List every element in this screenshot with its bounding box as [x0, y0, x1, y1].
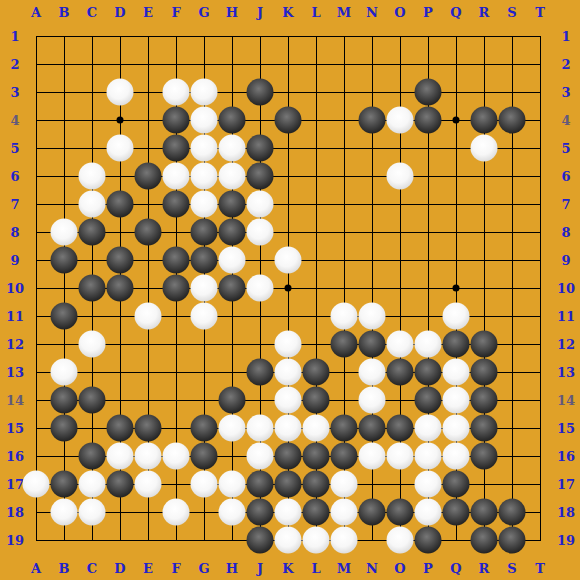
black-stone-D10 — [107, 275, 134, 302]
black-stone-B17 — [51, 471, 78, 498]
row-label-left-1: 1 — [10, 30, 19, 43]
row-label-left-7: 7 — [10, 198, 19, 211]
white-stone-A17 — [23, 471, 50, 498]
black-stone-N4 — [359, 107, 386, 134]
row-label-left-13: 13 — [6, 366, 24, 379]
white-stone-K19 — [275, 527, 302, 554]
white-stone-F16 — [163, 443, 190, 470]
black-stone-G8 — [191, 219, 218, 246]
column-label-top-C: C — [87, 6, 97, 19]
white-stone-P17 — [415, 471, 442, 498]
row-label-right-6: 6 — [561, 170, 570, 183]
black-stone-R4 — [471, 107, 498, 134]
white-stone-K9 — [275, 247, 302, 274]
white-stone-J16 — [247, 443, 274, 470]
white-stone-J15 — [247, 415, 274, 442]
black-stone-J17 — [247, 471, 274, 498]
white-stone-F18 — [163, 499, 190, 526]
column-label-top-R: R — [479, 6, 490, 19]
row-label-left-2: 2 — [10, 58, 19, 71]
white-stone-G6 — [191, 163, 218, 190]
column-label-bottom-C: C — [87, 562, 97, 575]
column-label-bottom-F: F — [171, 562, 180, 575]
row-label-right-16: 16 — [557, 450, 575, 463]
white-stone-N13 — [359, 359, 386, 386]
black-stone-R16 — [471, 443, 498, 470]
black-stone-S18 — [499, 499, 526, 526]
row-label-left-19: 19 — [6, 534, 24, 547]
white-stone-D5 — [107, 135, 134, 162]
white-stone-R5 — [471, 135, 498, 162]
black-stone-H8 — [219, 219, 246, 246]
row-label-right-11: 11 — [557, 310, 575, 323]
white-stone-O12 — [387, 331, 414, 358]
column-label-bottom-O: O — [394, 562, 405, 575]
black-stone-B14 — [51, 387, 78, 414]
column-label-top-T: T — [535, 6, 545, 19]
row-label-right-2: 2 — [561, 58, 570, 71]
black-stone-O15 — [387, 415, 414, 442]
white-stone-G17 — [191, 471, 218, 498]
grid-line-vertical — [540, 36, 541, 541]
black-stone-J3 — [247, 79, 274, 106]
white-stone-J8 — [247, 219, 274, 246]
row-label-left-12: 12 — [6, 338, 24, 351]
white-stone-E16 — [135, 443, 162, 470]
white-stone-N11 — [359, 303, 386, 330]
white-stone-M19 — [331, 527, 358, 554]
black-stone-K17 — [275, 471, 302, 498]
column-label-bottom-A: A — [31, 562, 41, 575]
row-label-right-7: 7 — [561, 198, 570, 211]
black-stone-H14 — [219, 387, 246, 414]
white-stone-K12 — [275, 331, 302, 358]
white-stone-Q15 — [443, 415, 470, 442]
column-label-bottom-E: E — [143, 562, 153, 575]
white-stone-H9 — [219, 247, 246, 274]
row-label-right-17: 17 — [557, 478, 575, 491]
black-stone-J18 — [247, 499, 274, 526]
black-stone-R12 — [471, 331, 498, 358]
column-label-bottom-T: T — [535, 562, 545, 575]
white-stone-H17 — [219, 471, 246, 498]
column-label-top-B: B — [59, 6, 70, 19]
white-stone-G7 — [191, 191, 218, 218]
row-label-left-8: 8 — [10, 226, 19, 239]
column-label-top-Q: Q — [450, 6, 461, 19]
black-stone-R13 — [471, 359, 498, 386]
white-stone-M17 — [331, 471, 358, 498]
column-label-top-K: K — [282, 6, 293, 19]
white-stone-N16 — [359, 443, 386, 470]
white-stone-M11 — [331, 303, 358, 330]
star-point-K10 — [285, 285, 292, 292]
column-label-bottom-D: D — [114, 562, 125, 575]
white-stone-C17 — [79, 471, 106, 498]
black-stone-P13 — [415, 359, 442, 386]
white-stone-C7 — [79, 191, 106, 218]
white-stone-G10 — [191, 275, 218, 302]
row-label-left-5: 5 — [10, 142, 19, 155]
column-label-top-N: N — [366, 6, 378, 19]
black-stone-C16 — [79, 443, 106, 470]
black-stone-D17 — [107, 471, 134, 498]
white-stone-K14 — [275, 387, 302, 414]
column-label-top-E: E — [143, 6, 153, 19]
white-stone-E11 — [135, 303, 162, 330]
row-label-right-8: 8 — [561, 226, 570, 239]
white-stone-O16 — [387, 443, 414, 470]
white-stone-F6 — [163, 163, 190, 190]
black-stone-H10 — [219, 275, 246, 302]
white-stone-H6 — [219, 163, 246, 190]
black-stone-D15 — [107, 415, 134, 442]
black-stone-K16 — [275, 443, 302, 470]
row-label-right-12: 12 — [557, 338, 575, 351]
row-label-right-10: 10 — [557, 282, 575, 295]
column-label-bottom-K: K — [282, 562, 293, 575]
white-stone-C6 — [79, 163, 106, 190]
black-stone-G9 — [191, 247, 218, 274]
white-stone-G11 — [191, 303, 218, 330]
column-label-bottom-B: B — [59, 562, 70, 575]
black-stone-E8 — [135, 219, 162, 246]
black-stone-C8 — [79, 219, 106, 246]
black-stone-L16 — [303, 443, 330, 470]
row-label-left-17: 17 — [6, 478, 24, 491]
black-stone-N18 — [359, 499, 386, 526]
row-label-right-4: 4 — [561, 114, 570, 127]
black-stone-F4 — [163, 107, 190, 134]
row-label-right-13: 13 — [557, 366, 575, 379]
black-stone-L17 — [303, 471, 330, 498]
white-stone-O6 — [387, 163, 414, 190]
black-stone-C10 — [79, 275, 106, 302]
black-stone-N15 — [359, 415, 386, 442]
black-stone-M16 — [331, 443, 358, 470]
column-label-top-P: P — [423, 6, 433, 19]
black-stone-K4 — [275, 107, 302, 134]
white-stone-C18 — [79, 499, 106, 526]
black-stone-R14 — [471, 387, 498, 414]
black-stone-L18 — [303, 499, 330, 526]
white-stone-P16 — [415, 443, 442, 470]
white-stone-G5 — [191, 135, 218, 162]
white-stone-M18 — [331, 499, 358, 526]
black-stone-L13 — [303, 359, 330, 386]
white-stone-L19 — [303, 527, 330, 554]
star-point-D4 — [117, 117, 124, 124]
black-stone-G15 — [191, 415, 218, 442]
white-stone-P15 — [415, 415, 442, 442]
row-label-left-4: 4 — [10, 114, 19, 127]
row-label-right-3: 3 — [561, 86, 570, 99]
black-stone-N12 — [359, 331, 386, 358]
white-stone-L15 — [303, 415, 330, 442]
white-stone-G3 — [191, 79, 218, 106]
row-label-right-5: 5 — [561, 142, 570, 155]
black-stone-O18 — [387, 499, 414, 526]
black-stone-J13 — [247, 359, 274, 386]
row-label-left-3: 3 — [10, 86, 19, 99]
row-label-left-14: 14 — [6, 394, 24, 407]
black-stone-P4 — [415, 107, 442, 134]
column-label-bottom-N: N — [366, 562, 378, 575]
row-label-right-1: 1 — [561, 30, 570, 43]
white-stone-J10 — [247, 275, 274, 302]
black-stone-S19 — [499, 527, 526, 554]
white-stone-F3 — [163, 79, 190, 106]
go-board[interactable]: AABBCCDDEEFFGGHHJJKKLLMMNNOOPPQQRRSSTT11… — [0, 0, 580, 580]
white-stone-P18 — [415, 499, 442, 526]
black-stone-Q17 — [443, 471, 470, 498]
black-stone-R15 — [471, 415, 498, 442]
white-stone-B18 — [51, 499, 78, 526]
white-stone-K13 — [275, 359, 302, 386]
black-stone-G16 — [191, 443, 218, 470]
black-stone-P14 — [415, 387, 442, 414]
black-stone-F9 — [163, 247, 190, 274]
black-stone-F7 — [163, 191, 190, 218]
black-stone-L14 — [303, 387, 330, 414]
white-stone-B13 — [51, 359, 78, 386]
column-label-top-L: L — [311, 6, 320, 19]
row-label-left-10: 10 — [6, 282, 24, 295]
white-stone-P12 — [415, 331, 442, 358]
black-stone-O13 — [387, 359, 414, 386]
row-label-right-9: 9 — [561, 254, 570, 267]
white-stone-H15 — [219, 415, 246, 442]
white-stone-B8 — [51, 219, 78, 246]
black-stone-Q18 — [443, 499, 470, 526]
white-stone-O4 — [387, 107, 414, 134]
white-stone-Q13 — [443, 359, 470, 386]
black-stone-E6 — [135, 163, 162, 190]
black-stone-P19 — [415, 527, 442, 554]
black-stone-M15 — [331, 415, 358, 442]
white-stone-H18 — [219, 499, 246, 526]
white-stone-Q16 — [443, 443, 470, 470]
black-stone-D9 — [107, 247, 134, 274]
column-label-bottom-Q: Q — [450, 562, 461, 575]
black-stone-J19 — [247, 527, 274, 554]
black-stone-P3 — [415, 79, 442, 106]
column-label-top-H: H — [226, 6, 238, 19]
star-point-Q10 — [453, 285, 460, 292]
black-stone-M12 — [331, 331, 358, 358]
column-label-bottom-G: G — [198, 562, 209, 575]
black-stone-J5 — [247, 135, 274, 162]
column-label-top-O: O — [394, 6, 405, 19]
white-stone-C12 — [79, 331, 106, 358]
column-label-bottom-H: H — [226, 562, 238, 575]
black-stone-B9 — [51, 247, 78, 274]
white-stone-E17 — [135, 471, 162, 498]
row-label-right-18: 18 — [557, 506, 575, 519]
row-label-left-6: 6 — [10, 170, 19, 183]
black-stone-R19 — [471, 527, 498, 554]
row-label-left-9: 9 — [10, 254, 19, 267]
column-label-bottom-R: R — [479, 562, 490, 575]
column-label-bottom-L: L — [311, 562, 320, 575]
black-stone-J6 — [247, 163, 274, 190]
white-stone-D3 — [107, 79, 134, 106]
white-stone-D16 — [107, 443, 134, 470]
white-stone-H5 — [219, 135, 246, 162]
black-stone-H7 — [219, 191, 246, 218]
white-stone-Q14 — [443, 387, 470, 414]
white-stone-Q11 — [443, 303, 470, 330]
black-stone-R18 — [471, 499, 498, 526]
row-label-left-15: 15 — [6, 422, 24, 435]
black-stone-C14 — [79, 387, 106, 414]
column-label-top-F: F — [171, 6, 180, 19]
white-stone-O19 — [387, 527, 414, 554]
black-stone-F10 — [163, 275, 190, 302]
white-stone-J7 — [247, 191, 274, 218]
column-label-top-S: S — [507, 6, 516, 19]
row-label-left-18: 18 — [6, 506, 24, 519]
black-stone-F5 — [163, 135, 190, 162]
black-stone-D7 — [107, 191, 134, 218]
column-label-bottom-P: P — [423, 562, 433, 575]
row-label-right-15: 15 — [557, 422, 575, 435]
column-label-top-A: A — [31, 6, 41, 19]
white-stone-K15 — [275, 415, 302, 442]
black-stone-H4 — [219, 107, 246, 134]
white-stone-G4 — [191, 107, 218, 134]
black-stone-B11 — [51, 303, 78, 330]
column-label-top-M: M — [337, 6, 351, 19]
row-label-right-14: 14 — [557, 394, 575, 407]
column-label-top-D: D — [114, 6, 125, 19]
black-stone-B15 — [51, 415, 78, 442]
star-point-Q4 — [453, 117, 460, 124]
black-stone-S4 — [499, 107, 526, 134]
column-label-top-G: G — [198, 6, 209, 19]
white-stone-K18 — [275, 499, 302, 526]
black-stone-Q12 — [443, 331, 470, 358]
column-label-bottom-S: S — [507, 562, 516, 575]
row-label-right-19: 19 — [557, 534, 575, 547]
column-label-bottom-J: J — [257, 562, 263, 575]
white-stone-N14 — [359, 387, 386, 414]
column-label-bottom-M: M — [337, 562, 351, 575]
row-label-left-11: 11 — [6, 310, 24, 323]
row-label-left-16: 16 — [6, 450, 24, 463]
black-stone-E15 — [135, 415, 162, 442]
column-label-top-J: J — [257, 6, 263, 19]
